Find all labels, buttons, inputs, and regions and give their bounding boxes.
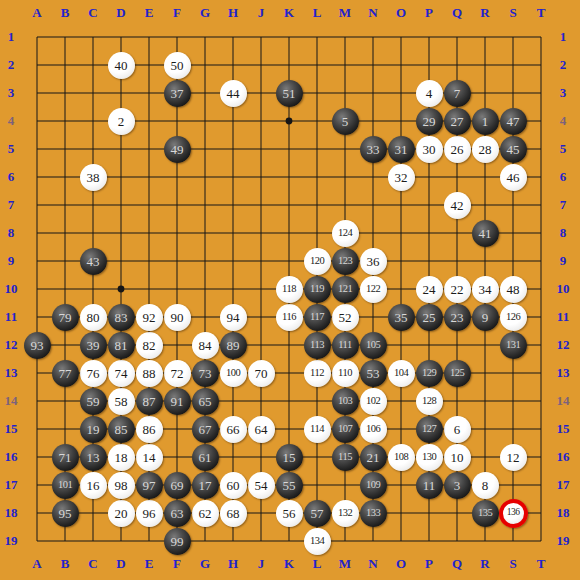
stone-36-white-N9[interactable]: 36 bbox=[360, 248, 387, 275]
stone-19-black-C15[interactable]: 19 bbox=[80, 416, 107, 443]
col-label-N: N bbox=[359, 3, 387, 23]
stone-4-white-P3[interactable]: 4 bbox=[416, 80, 443, 107]
col-label-O: O bbox=[387, 3, 415, 23]
stone-39-black-C12[interactable]: 39 bbox=[80, 332, 107, 359]
stone-16-white-C17[interactable]: 16 bbox=[80, 472, 107, 499]
stone-101-black-B17[interactable]: 101 bbox=[52, 472, 79, 499]
stone-24-white-P10[interactable]: 24 bbox=[416, 276, 443, 303]
stone-69-black-F17[interactable]: 69 bbox=[164, 472, 191, 499]
stone-104-white-O13[interactable]: 104 bbox=[388, 360, 415, 387]
stone-44-white-H3[interactable]: 44 bbox=[220, 80, 247, 107]
stone-105-black-N12[interactable]: 105 bbox=[360, 332, 387, 359]
stone-88-white-E13[interactable]: 88 bbox=[136, 360, 163, 387]
stone-134-white-L19[interactable]: 134 bbox=[304, 528, 331, 555]
col-label-G: G bbox=[191, 3, 219, 23]
col-label-B: B bbox=[51, 554, 79, 574]
stone-5-black-M4[interactable]: 5 bbox=[332, 108, 359, 135]
stone-26-white-Q5[interactable]: 26 bbox=[444, 136, 471, 163]
stone-107-black-M15[interactable]: 107 bbox=[332, 416, 359, 443]
stone-55-black-K17[interactable]: 55 bbox=[276, 472, 303, 499]
stone-98-white-D17[interactable]: 98 bbox=[108, 472, 135, 499]
stone-33-black-N5[interactable]: 33 bbox=[360, 136, 387, 163]
stone-25-black-P11[interactable]: 25 bbox=[416, 304, 443, 331]
row-label-16: 16 bbox=[0, 443, 22, 471]
go-board[interactable]: 1234567891011121314151617181920212223242… bbox=[23, 23, 555, 555]
stone-8-white-R17[interactable]: 8 bbox=[472, 472, 499, 499]
stone-110-white-M13[interactable]: 110 bbox=[332, 360, 359, 387]
stone-49-black-F5[interactable]: 49 bbox=[164, 136, 191, 163]
stone-17-black-G17[interactable]: 17 bbox=[192, 472, 219, 499]
stone-131-black-S12[interactable]: 131 bbox=[500, 332, 527, 359]
col-label-D: D bbox=[107, 554, 135, 574]
stone-102-white-N14[interactable]: 102 bbox=[360, 388, 387, 415]
stone-96-white-E18[interactable]: 96 bbox=[136, 500, 163, 527]
stone-82-white-E12[interactable]: 82 bbox=[136, 332, 163, 359]
stone-52-white-M11[interactable]: 52 bbox=[332, 304, 359, 331]
stone-13-black-C16[interactable]: 13 bbox=[80, 444, 107, 471]
stone-53-black-N13[interactable]: 53 bbox=[360, 360, 387, 387]
row-label-18: 18 bbox=[0, 499, 22, 527]
stone-15-black-K16[interactable]: 15 bbox=[276, 444, 303, 471]
stone-74-white-D13[interactable]: 74 bbox=[108, 360, 135, 387]
col-label-J: J bbox=[247, 3, 275, 23]
stone-37-black-F3[interactable]: 37 bbox=[164, 80, 191, 107]
stone-62-white-G18[interactable]: 62 bbox=[192, 500, 219, 527]
stone-118-white-K10[interactable]: 118 bbox=[276, 276, 303, 303]
row-label-5: 5 bbox=[0, 135, 22, 163]
stone-119-black-L10[interactable]: 119 bbox=[304, 276, 331, 303]
stones-layer: 1234567891011121314151617181920212223242… bbox=[23, 23, 555, 555]
row-label-8: 8 bbox=[0, 219, 22, 247]
stone-112-white-L13[interactable]: 112 bbox=[304, 360, 331, 387]
stone-61-black-G16[interactable]: 61 bbox=[192, 444, 219, 471]
stone-85-black-D15[interactable]: 85 bbox=[108, 416, 135, 443]
stone-128-white-P14[interactable]: 128 bbox=[416, 388, 443, 415]
row-label-17: 17 bbox=[0, 471, 22, 499]
stone-9-black-R11[interactable]: 9 bbox=[472, 304, 499, 331]
stone-103-black-M14[interactable]: 103 bbox=[332, 388, 359, 415]
col-label-A: A bbox=[23, 554, 51, 574]
stone-87-black-E14[interactable]: 87 bbox=[136, 388, 163, 415]
stone-122-white-N10[interactable]: 122 bbox=[360, 276, 387, 303]
stone-76-white-C13[interactable]: 76 bbox=[80, 360, 107, 387]
row-label-6: 6 bbox=[0, 163, 22, 191]
stone-89-black-H12[interactable]: 89 bbox=[220, 332, 247, 359]
stone-133-black-N18[interactable]: 133 bbox=[360, 500, 387, 527]
row-label-13: 13 bbox=[0, 359, 22, 387]
stone-79-black-B11[interactable]: 79 bbox=[52, 304, 79, 331]
stone-11-black-P17[interactable]: 11 bbox=[416, 472, 443, 499]
col-label-C: C bbox=[79, 3, 107, 23]
stone-48-white-S10[interactable]: 48 bbox=[500, 276, 527, 303]
col-label-S: S bbox=[499, 554, 527, 574]
stone-91-black-F14[interactable]: 91 bbox=[164, 388, 191, 415]
col-label-P: P bbox=[415, 3, 443, 23]
stone-46-white-S6[interactable]: 46 bbox=[500, 164, 527, 191]
stone-2-white-D4[interactable]: 2 bbox=[108, 108, 135, 135]
stone-125-black-Q13[interactable]: 125 bbox=[444, 360, 471, 387]
stone-63-black-F18[interactable]: 63 bbox=[164, 500, 191, 527]
stone-108-white-O16[interactable]: 108 bbox=[388, 444, 415, 471]
col-label-Q: Q bbox=[443, 554, 471, 574]
stone-117-black-L11[interactable]: 117 bbox=[304, 304, 331, 331]
stone-47-black-S4[interactable]: 47 bbox=[500, 108, 527, 135]
col-label-G: G bbox=[191, 554, 219, 574]
col-label-T: T bbox=[527, 3, 555, 23]
stone-64-white-J15[interactable]: 64 bbox=[248, 416, 275, 443]
stone-29-black-P4[interactable]: 29 bbox=[416, 108, 443, 135]
stone-129-black-P13[interactable]: 129 bbox=[416, 360, 443, 387]
stone-73-black-G13[interactable]: 73 bbox=[192, 360, 219, 387]
stone-67-black-G15[interactable]: 67 bbox=[192, 416, 219, 443]
stone-1-black-R4[interactable]: 1 bbox=[472, 108, 499, 135]
column-labels-bottom: ABCDEFGHJKLMNOPQRST bbox=[23, 554, 555, 574]
stone-106-white-N15[interactable]: 106 bbox=[360, 416, 387, 443]
stone-27-black-Q4[interactable]: 27 bbox=[444, 108, 471, 135]
row-label-1: 1 bbox=[0, 23, 22, 51]
stone-22-white-Q10[interactable]: 22 bbox=[444, 276, 471, 303]
col-label-L: L bbox=[303, 554, 331, 574]
row-labels-left: 12345678910111213141516171819 bbox=[0, 23, 22, 555]
col-label-C: C bbox=[79, 554, 107, 574]
stone-12-white-S16[interactable]: 12 bbox=[500, 444, 527, 471]
stone-28-white-R5[interactable]: 28 bbox=[472, 136, 499, 163]
stone-35-black-O11[interactable]: 35 bbox=[388, 304, 415, 331]
stone-109-black-N17[interactable]: 109 bbox=[360, 472, 387, 499]
stone-126-white-S11[interactable]: 126 bbox=[500, 304, 527, 331]
stone-83-black-D11[interactable]: 83 bbox=[108, 304, 135, 331]
stone-81-black-D12[interactable]: 81 bbox=[108, 332, 135, 359]
stone-77-black-B13[interactable]: 77 bbox=[52, 360, 79, 387]
col-label-D: D bbox=[107, 3, 135, 23]
col-label-B: B bbox=[51, 3, 79, 23]
stone-41-black-R8[interactable]: 41 bbox=[472, 220, 499, 247]
stone-92-white-E11[interactable]: 92 bbox=[136, 304, 163, 331]
stone-21-black-N16[interactable]: 21 bbox=[360, 444, 387, 471]
stone-71-black-B16[interactable]: 71 bbox=[52, 444, 79, 471]
stone-51-black-K3[interactable]: 51 bbox=[276, 80, 303, 107]
row-label-7: 7 bbox=[0, 191, 22, 219]
col-label-K: K bbox=[275, 554, 303, 574]
col-label-E: E bbox=[135, 3, 163, 23]
col-label-H: H bbox=[219, 3, 247, 23]
stone-34-white-R10[interactable]: 34 bbox=[472, 276, 499, 303]
row-label-9: 9 bbox=[0, 247, 22, 275]
row-label-11: 11 bbox=[0, 303, 22, 331]
stone-97-black-E17[interactable]: 97 bbox=[136, 472, 163, 499]
stone-84-white-G12[interactable]: 84 bbox=[192, 332, 219, 359]
col-label-K: K bbox=[275, 3, 303, 23]
stone-127-black-P15[interactable]: 127 bbox=[416, 416, 443, 443]
stone-113-black-L12[interactable]: 113 bbox=[304, 332, 331, 359]
col-label-R: R bbox=[471, 3, 499, 23]
col-label-O: O bbox=[387, 554, 415, 574]
stone-130-white-P16[interactable]: 130 bbox=[416, 444, 443, 471]
go-diagram: ABCDEFGHJKLMNOPQRST ABCDEFGHJKLMNOPQRST … bbox=[0, 0, 580, 580]
stone-68-white-H18[interactable]: 68 bbox=[220, 500, 247, 527]
stone-120-white-L9[interactable]: 120 bbox=[304, 248, 331, 275]
col-label-F: F bbox=[163, 3, 191, 23]
col-label-T: T bbox=[527, 554, 555, 574]
stone-14-white-E16[interactable]: 14 bbox=[136, 444, 163, 471]
stone-38-white-C6[interactable]: 38 bbox=[80, 164, 107, 191]
stone-95-black-B18[interactable]: 95 bbox=[52, 500, 79, 527]
stone-136-white-S18[interactable]: 136 bbox=[499, 499, 528, 528]
stone-115-black-M16[interactable]: 115 bbox=[332, 444, 359, 471]
stone-3-black-Q17[interactable]: 3 bbox=[444, 472, 471, 499]
stone-132-white-M18[interactable]: 132 bbox=[332, 500, 359, 527]
stone-42-white-Q7[interactable]: 42 bbox=[444, 192, 471, 219]
stone-54-white-J17[interactable]: 54 bbox=[248, 472, 275, 499]
stone-70-white-J13[interactable]: 70 bbox=[248, 360, 275, 387]
stone-58-white-D14[interactable]: 58 bbox=[108, 388, 135, 415]
stone-7-black-Q3[interactable]: 7 bbox=[444, 80, 471, 107]
stone-40-white-D2[interactable]: 40 bbox=[108, 52, 135, 79]
row-label-15: 15 bbox=[0, 415, 22, 443]
col-label-F: F bbox=[163, 554, 191, 574]
row-label-2: 2 bbox=[0, 51, 22, 79]
stone-59-black-C14[interactable]: 59 bbox=[80, 388, 107, 415]
stone-86-white-E15[interactable]: 86 bbox=[136, 416, 163, 443]
stone-57-black-L18[interactable]: 57 bbox=[304, 500, 331, 527]
stone-124-white-M8[interactable]: 124 bbox=[332, 220, 359, 247]
col-label-S: S bbox=[499, 3, 527, 23]
row-label-3: 3 bbox=[0, 79, 22, 107]
col-label-R: R bbox=[471, 554, 499, 574]
col-label-E: E bbox=[135, 554, 163, 574]
col-label-N: N bbox=[359, 554, 387, 574]
stone-111-black-M12[interactable]: 111 bbox=[332, 332, 359, 359]
stone-60-white-H17[interactable]: 60 bbox=[220, 472, 247, 499]
stone-43-black-C9[interactable]: 43 bbox=[80, 248, 107, 275]
stone-99-black-F19[interactable]: 99 bbox=[164, 528, 191, 555]
row-label-12: 12 bbox=[0, 331, 22, 359]
row-label-14: 14 bbox=[0, 387, 22, 415]
stone-50-white-F2[interactable]: 50 bbox=[164, 52, 191, 79]
stone-80-white-C11[interactable]: 80 bbox=[80, 304, 107, 331]
stone-23-black-Q11[interactable]: 23 bbox=[444, 304, 471, 331]
stone-31-black-O5[interactable]: 31 bbox=[388, 136, 415, 163]
stone-90-white-F11[interactable]: 90 bbox=[164, 304, 191, 331]
row-label-4: 4 bbox=[0, 107, 22, 135]
stone-65-black-G14[interactable]: 65 bbox=[192, 388, 219, 415]
stone-93-black-A12[interactable]: 93 bbox=[24, 332, 51, 359]
col-label-M: M bbox=[331, 554, 359, 574]
stone-10-white-Q16[interactable]: 10 bbox=[444, 444, 471, 471]
stone-135-black-R18[interactable]: 135 bbox=[472, 500, 499, 527]
stone-45-black-S5[interactable]: 45 bbox=[500, 136, 527, 163]
stone-100-white-H13[interactable]: 100 bbox=[220, 360, 247, 387]
col-label-M: M bbox=[331, 3, 359, 23]
stone-66-white-H15[interactable]: 66 bbox=[220, 416, 247, 443]
col-label-J: J bbox=[247, 554, 275, 574]
stone-123-black-M9[interactable]: 123 bbox=[332, 248, 359, 275]
col-label-L: L bbox=[303, 3, 331, 23]
stone-116-white-K11[interactable]: 116 bbox=[276, 304, 303, 331]
stone-56-white-K18[interactable]: 56 bbox=[276, 500, 303, 527]
stone-72-white-F13[interactable]: 72 bbox=[164, 360, 191, 387]
row-label-19: 19 bbox=[0, 527, 22, 555]
stone-6-white-Q15[interactable]: 6 bbox=[444, 416, 471, 443]
column-labels-top: ABCDEFGHJKLMNOPQRST bbox=[23, 3, 555, 23]
stone-94-white-H11[interactable]: 94 bbox=[220, 304, 247, 331]
stone-20-white-D18[interactable]: 20 bbox=[108, 500, 135, 527]
stone-121-black-M10[interactable]: 121 bbox=[332, 276, 359, 303]
row-label-10: 10 bbox=[0, 275, 22, 303]
col-label-H: H bbox=[219, 554, 247, 574]
stone-18-white-D16[interactable]: 18 bbox=[108, 444, 135, 471]
stone-30-white-P5[interactable]: 30 bbox=[416, 136, 443, 163]
stone-32-white-O6[interactable]: 32 bbox=[388, 164, 415, 191]
stone-114-white-L15[interactable]: 114 bbox=[304, 416, 331, 443]
col-label-Q: Q bbox=[443, 3, 471, 23]
col-label-A: A bbox=[23, 3, 51, 23]
col-label-P: P bbox=[415, 554, 443, 574]
